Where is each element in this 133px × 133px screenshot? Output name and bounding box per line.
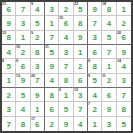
cell-r1c2[interactable]: 7 (16, 2, 30, 16)
cell-digit: 1 (49, 18, 53, 28)
cell-r9c2[interactable]: 8 (16, 117, 30, 131)
cell-digit: 9 (6, 18, 10, 28)
cell-r5c7[interactable]: 98 (88, 59, 102, 73)
cell-digit: 8 (35, 47, 39, 57)
cell-r5c6[interactable]: 2 (74, 59, 88, 73)
cell-r8c3[interactable]: 1 (31, 102, 45, 116)
cell-r8c4[interactable]: 6 (45, 102, 59, 116)
cage-sum-label: 21 (2, 2, 6, 6)
cage-sum-label: 13 (16, 74, 20, 78)
cell-r6c8[interactable]: 112 (102, 74, 116, 88)
cell-r2c8[interactable]: 4 (102, 16, 116, 30)
cell-digit: 8 (21, 119, 25, 129)
cell-r5c9[interactable]: 144 (117, 59, 131, 73)
cell-digit: 7 (49, 32, 53, 42)
cell-digit: 5 (122, 119, 126, 129)
cell-digit: 3 (78, 90, 82, 100)
cell-digit: 3 (122, 75, 126, 85)
cage-sum-label: 6 (59, 88, 61, 92)
cell-r5c3[interactable]: 3 (31, 59, 45, 73)
cell-r2c5[interactable]: 106 (59, 16, 73, 30)
cell-r7c8[interactable]: 6 (102, 88, 116, 102)
cage-sum-label: 14 (117, 59, 121, 63)
cell-digit: 1 (122, 4, 126, 14)
cell-r7c7[interactable]: 4 (88, 88, 102, 102)
cell-r9c1[interactable]: 7 (2, 117, 16, 131)
cell-digit: 4 (49, 75, 53, 85)
cell-digit: 8 (92, 61, 96, 71)
cell-r9c8[interactable]: 3 (102, 117, 116, 131)
cell-digit: 6 (21, 61, 25, 71)
cell-digit: 7 (92, 18, 96, 28)
cell-digit: 6 (122, 32, 126, 42)
cell-digit: 9 (107, 104, 111, 114)
cage-sum-label: 13 (2, 31, 6, 35)
cell-r4c6[interactable]: 1 (74, 45, 88, 59)
cell-digit: 3 (35, 61, 39, 71)
cell-r5c5[interactable]: 7 (59, 59, 73, 73)
cell-digit: 8 (64, 75, 68, 85)
cell-digit: 2 (6, 90, 10, 100)
cell-digit: 3 (21, 18, 25, 28)
cell-r7c1[interactable]: 2 (2, 88, 16, 102)
cell-digit: 5 (64, 104, 68, 114)
cell-r3c2[interactable]: 1 (16, 31, 30, 45)
cell-digit: 6 (92, 47, 96, 57)
cell-digit: 5 (35, 18, 39, 28)
cell-r8c5[interactable]: 5 (59, 102, 73, 116)
cell-r2c3[interactable]: 5 (31, 16, 45, 30)
cell-r6c9[interactable]: 3 (117, 74, 131, 88)
cell-r6c2[interactable]: 139 (16, 74, 30, 88)
cage-sum-label: 9 (88, 59, 90, 63)
cell-r6c4[interactable]: 4 (45, 74, 59, 88)
cell-digit: 2 (78, 61, 82, 71)
cell-digit: 4 (92, 90, 96, 100)
cell-digit: 5 (6, 61, 10, 71)
cell-digit: 9 (122, 47, 126, 57)
cage-sum-label: 12 (74, 88, 78, 92)
cell-r7c4[interactable]: 8 (45, 88, 59, 102)
cell-r5c1[interactable]: 85 (2, 59, 16, 73)
cell-digit: 8 (78, 18, 82, 28)
cell-r2c9[interactable]: 2 (117, 16, 131, 30)
cell-r6c3[interactable]: 207 (31, 74, 45, 88)
cell-r1c6[interactable]: 225 (74, 2, 88, 16)
cell-r1c7[interactable]: 9 (88, 2, 102, 16)
cell-digit: 1 (92, 119, 96, 129)
cell-digit: 3 (92, 32, 96, 42)
cell-r3c5[interactable]: 4 (59, 31, 73, 45)
cell-r9c9[interactable]: 5 (117, 117, 131, 131)
cell-digit: 5 (49, 47, 53, 57)
cell-r7c2[interactable]: 5 (16, 88, 30, 102)
cell-r1c9[interactable]: 1 (117, 2, 131, 16)
cell-digit: 9 (92, 4, 96, 14)
cell-r2c2[interactable]: 3 (16, 16, 30, 30)
cell-r6c1[interactable]: 1 (2, 74, 16, 88)
cell-r3c9[interactable]: 206 (117, 31, 131, 45)
cell-r3c7[interactable]: 3 (88, 31, 102, 45)
cell-digit: 4 (107, 18, 111, 28)
cell-digit: 5 (21, 90, 25, 100)
cell-r6c7[interactable]: 95 (88, 74, 102, 88)
cell-digit: 2 (92, 104, 96, 114)
cell-r7c3[interactable]: 9 (31, 88, 45, 102)
cell-r2c7[interactable]: 7 (88, 16, 102, 30)
cell-r7c9[interactable]: 7 (117, 88, 131, 102)
cell-digit: 7 (21, 4, 25, 14)
cage-sum-label: 9 (88, 74, 90, 78)
cell-digit: 4 (78, 119, 82, 129)
cell-r9c4[interactable]: 2 (45, 117, 59, 131)
cell-r2c6[interactable]: 8 (74, 16, 88, 30)
cell-digit: 3 (107, 119, 111, 129)
cage-sum-label: 11 (102, 74, 106, 78)
cell-digit: 9 (35, 90, 39, 100)
cell-r1c3[interactable]: 94 (31, 2, 45, 16)
cell-digit: 4 (6, 47, 10, 57)
cell-digit: 2 (107, 75, 111, 85)
cell-r8c2[interactable]: 4 (16, 102, 30, 116)
cell-digit: 2 (64, 4, 68, 14)
cell-r8c6[interactable]: 7 (74, 102, 88, 116)
cell-digit: 8 (49, 90, 53, 100)
cell-r4c4[interactable]: 115 (45, 45, 59, 59)
cell-digit: 9 (21, 75, 25, 85)
cell-r3c3[interactable]: 92 (31, 31, 45, 45)
cell-r9c5[interactable]: 9 (59, 117, 73, 131)
cell-digit: 5 (92, 75, 96, 85)
cell-digit: 7 (107, 47, 111, 57)
cell-digit: 2 (122, 18, 126, 28)
cell-r8c7[interactable]: 72 (88, 102, 102, 116)
cell-r8c8[interactable]: 9 (102, 102, 116, 116)
cell-r6c5[interactable]: 8 (59, 74, 73, 88)
cell-r3c4[interactable]: 7 (45, 31, 59, 45)
cell-digit: 8 (6, 32, 10, 42)
cell-digit: 5 (107, 32, 111, 42)
cell-r1c5[interactable]: 2 (59, 2, 73, 16)
cell-digit: 6 (107, 90, 111, 100)
cage-sum-label: 9 (31, 2, 33, 6)
cell-digit: 6 (35, 119, 39, 129)
cell-r4c7[interactable]: 6 (88, 45, 102, 59)
cell-digit: 1 (107, 61, 111, 71)
cell-r4c5[interactable]: 3 (59, 45, 73, 59)
cell-digit: 8 (122, 104, 126, 114)
cell-digit: 1 (64, 90, 68, 100)
cage-sum-label: 11 (45, 45, 49, 49)
cage-sum-label: 7 (88, 102, 90, 106)
cage-sum-label: 22 (74, 2, 78, 6)
cell-digit: 4 (64, 32, 68, 42)
cell-digit: 6 (49, 104, 53, 114)
cell-digit: 3 (64, 47, 68, 57)
cell-r9c3[interactable]: 176 (31, 117, 45, 131)
cell-digit: 1 (35, 104, 39, 114)
cell-digit: 7 (122, 90, 126, 100)
cage-sum-label: 9 (16, 59, 18, 63)
cell-digit: 1 (78, 47, 82, 57)
cell-r7c5[interactable]: 61 (59, 88, 73, 102)
cell-r5c4[interactable]: 9 (45, 59, 59, 73)
cell-r5c2[interactable]: 96 (16, 59, 30, 73)
cell-r9c6[interactable]: 4 (74, 117, 88, 131)
cage-sum-label: 17 (31, 117, 35, 121)
cell-r4c3[interactable]: 8 (31, 45, 45, 59)
cell-digit: 9 (49, 61, 53, 71)
cell-r4c1[interactable]: 4 (2, 45, 16, 59)
cell-digit: 1 (21, 32, 25, 42)
cell-r8c1[interactable]: 3 (2, 102, 16, 116)
cell-r1c4[interactable]: 3 (45, 2, 59, 16)
cell-digit: 9 (78, 32, 82, 42)
cell-digit: 6 (6, 4, 10, 14)
cage-sum-label: 20 (31, 74, 35, 78)
cell-r4c9[interactable]: 9 (117, 45, 131, 59)
cell-digit: 6 (78, 75, 82, 85)
cell-digit: 4 (35, 4, 39, 14)
cell-r3c8[interactable]: 5 (102, 31, 116, 45)
cell-r3c1[interactable]: 138 (2, 31, 16, 45)
cell-r1c1[interactable]: 216 (2, 2, 16, 16)
cage-sum-label: 10 (16, 45, 20, 49)
cell-digit: 5 (78, 4, 82, 14)
cage-sum-label: 18 (102, 2, 106, 6)
cell-digit: 2 (35, 32, 39, 42)
cell-r2c1[interactable]: 9 (2, 16, 16, 30)
cell-digit: 7 (6, 119, 10, 129)
cell-r3c6[interactable]: 9 (74, 31, 88, 45)
cell-r2c4[interactable]: 1 (45, 16, 59, 30)
cell-digit: 2 (49, 119, 53, 129)
cell-digit: 7 (35, 75, 39, 85)
cell-r5c8[interactable]: 1 (102, 59, 116, 73)
cell-r4c2[interactable]: 102 (16, 45, 30, 59)
cell-r4c8[interactable]: 7 (102, 45, 116, 59)
cell-digit: 6 (64, 18, 68, 28)
cell-digit: 2 (21, 47, 25, 57)
cell-digit: 9 (64, 119, 68, 129)
cage-sum-label: 10 (59, 16, 63, 20)
cell-digit: 8 (107, 4, 111, 14)
cell-digit: 4 (122, 61, 126, 71)
cage-sum-label: 8 (2, 59, 4, 63)
cell-digit: 4 (21, 104, 25, 114)
cage-sum-label: 9 (31, 31, 33, 35)
cell-digit: 3 (49, 4, 53, 14)
cell-digit: 7 (78, 104, 82, 114)
cell-r8c9[interactable]: 8 (117, 102, 131, 116)
cell-digit: 7 (64, 61, 68, 71)
cell-r9c7[interactable]: 1 (88, 117, 102, 131)
cell-r7c6[interactable]: 123 (74, 88, 88, 102)
cell-digit: 1 (6, 75, 10, 85)
cell-r1c8[interactable]: 188 (102, 2, 116, 16)
cell-r6c6[interactable]: 6 (74, 74, 88, 88)
sudoku-board: 2167943222591881935110687421381927493520… (0, 0, 133, 133)
cell-digit: 3 (6, 104, 10, 114)
cage-sum-label: 20 (117, 31, 121, 35)
